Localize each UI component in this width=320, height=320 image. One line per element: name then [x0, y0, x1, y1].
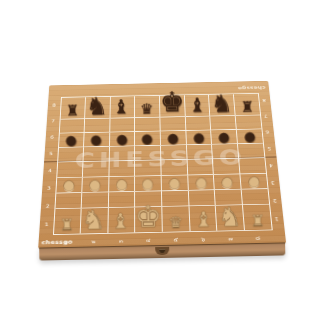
square-e1[interactable]: ♛ — [162, 206, 190, 232]
square-d5[interactable] — [135, 146, 161, 161]
rank-label: 6 — [262, 124, 273, 140]
square-b3[interactable]: ● — [83, 177, 110, 193]
white-pawn[interactable]: ● — [221, 175, 233, 190]
black-rook[interactable]: ♜ — [241, 100, 254, 116]
square-a4[interactable] — [57, 162, 84, 178]
square-g5[interactable] — [212, 144, 239, 159]
file-label: ๘ — [244, 234, 272, 242]
white-pawn[interactable]: ● — [169, 176, 181, 191]
square-g1[interactable]: ♞ — [216, 205, 245, 231]
black-knight[interactable]: ♞ — [211, 90, 233, 116]
rank-label: 1 — [41, 215, 52, 234]
rank-label: 4 — [45, 162, 56, 179]
square-a6[interactable]: ● — [59, 133, 85, 148]
square-h6[interactable]: ● — [236, 129, 263, 144]
square-b4[interactable] — [83, 162, 109, 178]
black-pawn[interactable]: ● — [142, 132, 154, 146]
square-h3[interactable]: ● — [240, 173, 268, 189]
square-f3[interactable]: ● — [188, 175, 215, 191]
rank-label: 8 — [259, 93, 270, 109]
square-c3[interactable]: ● — [109, 176, 135, 192]
white-knight[interactable]: ♞ — [218, 203, 243, 231]
white-king[interactable]: ♚ — [135, 202, 162, 233]
rank-label: 7 — [48, 113, 58, 129]
square-a1[interactable]: ♜ — [54, 209, 82, 235]
black-pawn[interactable]: ● — [193, 131, 205, 145]
board-grid: ♜♞♝♛♚♝♞♜●●●●●●●●●●●●●●●●♜♞♝♚♛♝♞♜ — [53, 93, 273, 235]
square-h8[interactable]: ♜ — [234, 94, 261, 116]
square-e6[interactable]: ● — [161, 131, 187, 146]
square-h2[interactable] — [241, 189, 269, 205]
makruk-board: CHESSGO ♜♞♝♛♚♝♞♜●●●●●●●●●●●●●●●●♜♞♝♚♛♝♞♜… — [38, 81, 286, 249]
square-e5[interactable] — [161, 145, 187, 160]
square-f8[interactable]: ♝ — [185, 95, 211, 117]
black-queen[interactable]: ♛ — [140, 102, 153, 118]
square-f6[interactable]: ● — [186, 130, 212, 145]
brand-logo-top-right: chessgo — [237, 85, 265, 91]
white-bishop[interactable]: ♝ — [194, 209, 213, 231]
square-h1[interactable]: ♜ — [243, 205, 272, 231]
square-c5[interactable] — [109, 146, 135, 161]
white-pawn[interactable]: ● — [248, 174, 260, 189]
square-h5[interactable] — [238, 144, 265, 159]
black-pawn[interactable]: ● — [116, 132, 128, 146]
white-bishop[interactable]: ♝ — [111, 211, 130, 233]
black-pawn[interactable]: ● — [218, 130, 230, 144]
square-b6[interactable]: ● — [84, 133, 110, 148]
black-knight[interactable]: ♞ — [86, 93, 108, 119]
square-h4[interactable] — [239, 158, 266, 174]
white-pawn[interactable]: ● — [89, 177, 101, 192]
square-e8[interactable]: ♚ — [160, 95, 186, 117]
square-f4[interactable] — [187, 159, 214, 175]
rank-label: 8 — [49, 97, 59, 113]
white-pawn[interactable]: ● — [142, 176, 154, 191]
square-g6[interactable]: ● — [211, 130, 237, 145]
white-knight[interactable]: ♞ — [82, 206, 107, 234]
file-label: ๕ — [162, 235, 190, 243]
white-rook[interactable]: ♜ — [251, 213, 266, 230]
rank-label: 2 — [269, 192, 281, 210]
square-a2[interactable] — [55, 193, 82, 209]
square-b1[interactable]: ♞ — [81, 208, 109, 234]
black-pawn[interactable]: ● — [167, 131, 179, 145]
square-d1[interactable]: ♚ — [135, 207, 163, 233]
square-d4[interactable] — [135, 161, 162, 177]
square-f2[interactable] — [189, 190, 216, 206]
square-g8[interactable]: ♞ — [209, 94, 235, 116]
board-tilt-wrapper: CHESSGO ♜♞♝♛♚♝♞♜●●●●●●●●●●●●●●●●♜♞♝♚♛♝♞♜… — [34, 23, 287, 264]
square-c1[interactable]: ♝ — [108, 207, 135, 233]
black-king[interactable]: ♚ — [160, 89, 185, 118]
square-d3[interactable]: ● — [135, 176, 162, 192]
square-g3[interactable]: ● — [214, 174, 241, 190]
square-b8[interactable]: ♞ — [85, 97, 110, 119]
board-scene: CHESSGO ♜♞♝♛♚♝♞♜●●●●●●●●●●●●●●●●♜♞♝♚♛♝♞♜… — [34, 23, 287, 262]
white-queen[interactable]: ♛ — [169, 215, 184, 232]
square-g4[interactable] — [213, 159, 240, 175]
square-f5[interactable] — [187, 145, 213, 160]
black-pawn[interactable]: ● — [244, 130, 256, 144]
rank-label: 6 — [47, 129, 57, 146]
square-e4[interactable] — [161, 160, 188, 176]
black-bishop[interactable]: ♝ — [189, 96, 206, 116]
rank-label: 2 — [42, 197, 53, 215]
square-e2[interactable] — [162, 190, 189, 206]
rank-label: 3 — [44, 179, 55, 197]
black-pawn[interactable]: ● — [65, 133, 77, 147]
white-pawn[interactable]: ● — [115, 177, 127, 192]
file-label: ๔ — [135, 236, 162, 244]
brand-logo-bottom-left: chessgo — [41, 239, 72, 246]
square-b5[interactable] — [84, 147, 110, 162]
square-a3[interactable]: ● — [56, 177, 83, 193]
square-a8[interactable]: ♜ — [61, 97, 87, 119]
white-pawn[interactable]: ● — [63, 178, 75, 193]
file-label: ๗ — [217, 234, 245, 242]
rank-label: 7 — [260, 108, 271, 124]
black-pawn[interactable]: ● — [91, 133, 103, 147]
square-e3[interactable]: ● — [162, 175, 189, 191]
black-bishop[interactable]: ♝ — [113, 98, 130, 118]
rank-label: 4 — [265, 157, 276, 174]
photo-stage: CHESSGO ♜♞♝♛♚♝♞♜●●●●●●●●●●●●●●●●♜♞♝♚♛♝♞♜… — [0, 0, 320, 320]
square-c4[interactable] — [109, 161, 135, 177]
file-label: ๒ — [80, 237, 108, 245]
rank-label: 1 — [271, 210, 283, 229]
rank-label: 3 — [267, 174, 278, 192]
square-c6[interactable]: ● — [110, 132, 135, 147]
square-c8[interactable]: ♝ — [110, 96, 135, 118]
square-a5[interactable] — [58, 147, 84, 162]
white-pawn[interactable]: ● — [195, 175, 207, 190]
square-c2[interactable] — [109, 192, 136, 208]
square-f1[interactable]: ♝ — [189, 206, 217, 232]
rank-label: 5 — [46, 145, 56, 162]
rank-label: 5 — [264, 140, 275, 157]
file-label: ๓ — [107, 237, 134, 245]
square-d6[interactable]: ● — [135, 131, 161, 146]
square-d8[interactable]: ♛ — [135, 96, 160, 118]
black-rook[interactable]: ♜ — [66, 103, 79, 119]
white-rook[interactable]: ♜ — [60, 217, 75, 234]
file-label: ๖ — [189, 235, 217, 243]
clasp-latch[interactable] — [155, 247, 169, 255]
